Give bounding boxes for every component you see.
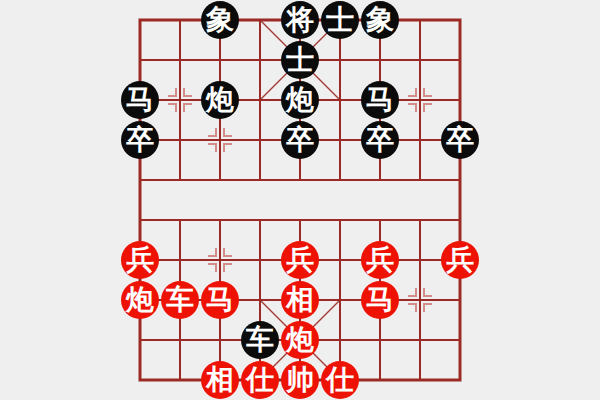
red-advisor-piece[interactable]: 仕 [321,361,359,399]
black-advisor-piece[interactable]: 士 [321,1,359,39]
black-chariot-piece[interactable]: 车 [241,321,279,359]
red-soldier-piece[interactable]: 兵 [281,241,319,279]
black-soldier-piece[interactable]: 卒 [281,121,319,159]
red-soldier-piece[interactable]: 兵 [361,241,399,279]
red-cannon-piece[interactable]: 炮 [121,281,159,319]
black-elephant-piece[interactable]: 象 [201,1,239,39]
black-horse-piece[interactable]: 马 [121,81,159,119]
red-soldier-piece[interactable]: 兵 [121,241,159,279]
xiangqi-board: 象将士象士马炮炮马卒卒卒卒车兵兵兵兵炮车马相马炮相仕帅仕 [0,0,600,400]
black-cannon-piece[interactable]: 炮 [281,81,319,119]
red-horse-piece[interactable]: 马 [361,281,399,319]
black-general-piece[interactable]: 将 [281,1,319,39]
red-horse-piece[interactable]: 马 [201,281,239,319]
red-elephant-piece[interactable]: 相 [201,361,239,399]
red-elephant-piece[interactable]: 相 [281,281,319,319]
black-soldier-piece[interactable]: 卒 [121,121,159,159]
red-general-piece[interactable]: 帅 [281,361,319,399]
red-advisor-piece[interactable]: 仕 [241,361,279,399]
red-chariot-piece[interactable]: 车 [161,281,199,319]
red-cannon-piece[interactable]: 炮 [281,321,319,359]
black-elephant-piece[interactable]: 象 [361,1,399,39]
black-cannon-piece[interactable]: 炮 [201,81,239,119]
black-soldier-piece[interactable]: 卒 [441,121,479,159]
red-soldier-piece[interactable]: 兵 [441,241,479,279]
black-horse-piece[interactable]: 马 [361,81,399,119]
black-soldier-piece[interactable]: 卒 [361,121,399,159]
black-advisor-piece[interactable]: 士 [281,41,319,79]
